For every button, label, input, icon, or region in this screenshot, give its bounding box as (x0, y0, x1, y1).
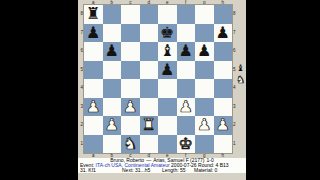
white-pawn-c3: ♟ (123, 98, 137, 117)
square-c7 (121, 24, 140, 43)
black-pawn-a7: ♟ (86, 24, 100, 43)
square-b3 (103, 98, 122, 117)
square-e7: ♚ (158, 24, 177, 43)
chess-app-panel: abcdefgh 87654321 ♜♟♚♟♟♝♟♟♟♟♟♟♟♜♟♟♞♚ 876… (78, 0, 246, 180)
square-d7 (140, 24, 159, 43)
rank-label-5: 5 (78, 61, 83, 80)
square-c5 (121, 61, 140, 80)
square-e2 (158, 116, 177, 135)
chess-board: ♜♟♚♟♟♝♟♟♟♟♟♟♟♜♟♟♞♚ (84, 5, 232, 153)
square-g7 (195, 24, 214, 43)
next-move: Next: 31...h5 (122, 168, 150, 173)
square-f2 (177, 116, 196, 135)
square-h7: ♟ (214, 24, 233, 43)
rank-label-7: 7 (233, 24, 238, 43)
black-pawn-h7: ♟ (216, 24, 230, 43)
white-rook-d2: ♜ (142, 116, 156, 135)
square-d3 (140, 98, 159, 117)
video-frame[interactable]: abcdefgh 87654321 ♜♟♚♟♟♝♟♟♟♟♟♟♟♜♟♟♞♚ 876… (0, 0, 320, 180)
captured-material-tray: ♝ ♞ (235, 63, 246, 86)
rank-label-1: 1 (233, 135, 238, 154)
rank-label-8: 8 (233, 5, 238, 24)
square-g1 (195, 135, 214, 154)
square-c4 (121, 79, 140, 98)
square-g5 (195, 61, 214, 80)
rank-label-2: 2 (233, 116, 238, 135)
square-e4 (158, 79, 177, 98)
square-h3 (214, 98, 233, 117)
rank-label-8: 8 (78, 5, 83, 24)
square-f5 (177, 61, 196, 80)
square-d4 (140, 79, 159, 98)
square-e6: ♝ (158, 42, 177, 61)
square-b6: ♟ (103, 42, 122, 61)
square-g4 (195, 79, 214, 98)
black-pawn-e5: ♟ (160, 61, 174, 80)
square-h5 (214, 61, 233, 80)
material-balance: Material: 0 (194, 168, 217, 173)
square-h1 (214, 135, 233, 154)
rank-label-7: 7 (78, 24, 83, 43)
square-a1 (84, 135, 103, 154)
square-a4 (84, 79, 103, 98)
square-a7: ♟ (84, 24, 103, 43)
square-e3 (158, 98, 177, 117)
square-a2 (84, 116, 103, 135)
rank-label-2: 2 (78, 116, 83, 135)
rank-label-3: 3 (78, 98, 83, 117)
square-a8: ♜ (84, 5, 103, 24)
square-f3: ♟ (177, 98, 196, 117)
square-c8 (121, 5, 140, 24)
white-pawn-h2: ♟ (216, 116, 230, 135)
square-b5 (103, 61, 122, 80)
square-h8 (214, 5, 233, 24)
rank-label-1: 1 (78, 135, 83, 154)
move-line: 31. Kf1 Next: 31...h5 Length: 55 Materia… (78, 168, 246, 173)
white-knight-c1: ♞ (123, 135, 137, 154)
square-a5 (84, 61, 103, 80)
square-h2: ♟ (214, 116, 233, 135)
square-h6 (214, 42, 233, 61)
square-c3: ♟ (121, 98, 140, 117)
square-f7 (177, 24, 196, 43)
rank-label-4: 4 (78, 79, 83, 98)
square-g3 (195, 98, 214, 117)
white-knight-material-icon: ♞ (236, 74, 245, 86)
square-c6 (121, 42, 140, 61)
square-e8 (158, 5, 177, 24)
black-pawn-f6: ♟ (179, 42, 193, 61)
square-f8 (177, 5, 196, 24)
black-king-e7: ♚ (160, 24, 174, 43)
caption-panel: Bruno, Roberto—Arias, Samuel F (2177)1-0… (78, 158, 246, 173)
black-bishop-e6: ♝ (160, 42, 174, 61)
black-bishop-material-icon: ♝ (236, 63, 244, 74)
square-a3: ♟ (84, 98, 103, 117)
square-f6: ♟ (177, 42, 196, 61)
square-a6 (84, 42, 103, 61)
square-d1 (140, 135, 159, 154)
rank-label-6: 6 (233, 42, 238, 61)
square-c1: ♞ (121, 135, 140, 154)
square-d6 (140, 42, 159, 61)
square-c2 (121, 116, 140, 135)
white-pawn-b2: ♟ (105, 116, 119, 135)
square-g6: ♟ (195, 42, 214, 61)
square-b4 (103, 79, 122, 98)
game-length: Length: 55 (162, 168, 186, 173)
black-rook-a8: ♜ (86, 5, 100, 24)
square-e1 (158, 135, 177, 154)
rank-label-3: 3 (233, 98, 238, 117)
square-b2: ♟ (103, 116, 122, 135)
square-d5 (140, 61, 159, 80)
white-pawn-g2: ♟ (197, 116, 211, 135)
square-d2: ♜ (140, 116, 159, 135)
square-g2: ♟ (195, 116, 214, 135)
square-h4 (214, 79, 233, 98)
white-king-f1: ♚ (179, 135, 193, 154)
square-f4 (177, 79, 196, 98)
rank-labels-left: 87654321 (78, 5, 83, 153)
square-e5: ♟ (158, 61, 177, 80)
current-move: 31. Kf1 (80, 168, 96, 173)
square-b8 (103, 5, 122, 24)
white-pawn-f3: ♟ (179, 98, 193, 117)
square-b7 (103, 24, 122, 43)
black-pawn-g6: ♟ (197, 42, 211, 61)
square-f1: ♚ (177, 135, 196, 154)
square-b1 (103, 135, 122, 154)
square-g8 (195, 5, 214, 24)
rank-label-6: 6 (78, 42, 83, 61)
square-d8 (140, 5, 159, 24)
black-pawn-b6: ♟ (105, 42, 119, 61)
white-pawn-a3: ♟ (86, 98, 100, 117)
